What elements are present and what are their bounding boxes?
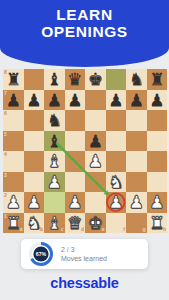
square-b5[interactable] (24, 131, 45, 152)
black-king-e8[interactable]: ♚ (85, 69, 106, 90)
square-e5[interactable]: ♟ (85, 131, 106, 152)
square-c1[interactable]: c♝ (44, 213, 65, 234)
progress-card: 67% 2 / 3 Moves learned (21, 239, 148, 269)
square-b2[interactable]: ♟ (24, 192, 45, 213)
square-h7[interactable]: ♟ (147, 90, 168, 111)
coord-rank-3: 3 (4, 173, 7, 178)
square-d7[interactable]: ♟ (65, 90, 86, 111)
black-pawn-b7[interactable]: ♟ (24, 90, 45, 111)
square-e8[interactable]: ♚ (85, 69, 106, 90)
coord-rank-1: 1 (4, 214, 7, 219)
square-b6[interactable] (24, 110, 45, 131)
headline-line2: OPENINGS (0, 24, 169, 41)
square-h4[interactable] (147, 151, 168, 172)
square-b3[interactable] (24, 172, 45, 193)
square-c4[interactable]: ♝ (44, 151, 65, 172)
black-bishop-c8[interactable]: ♝ (44, 69, 65, 90)
square-c5[interactable]: ♝ (44, 131, 65, 152)
square-h8[interactable]: ♜ (147, 69, 168, 90)
square-a3[interactable]: 3 (3, 172, 24, 193)
white-pawn-g2[interactable]: ♟ (126, 192, 147, 213)
white-pawn-a2[interactable]: ♟ (3, 192, 24, 213)
square-g5[interactable] (126, 131, 147, 152)
white-bishop-c4[interactable]: ♝ (44, 151, 65, 172)
square-d4[interactable] (65, 151, 86, 172)
square-e6[interactable] (85, 110, 106, 131)
square-a1[interactable]: 1a♜ (3, 213, 24, 234)
black-pawn-a7[interactable]: ♟ (3, 90, 24, 111)
square-c6[interactable]: ♞ (44, 110, 65, 131)
white-pawn-f2[interactable]: ♟ (106, 192, 127, 213)
coord-file-c: c (61, 227, 64, 232)
white-king-e1[interactable]: ♚ (85, 213, 106, 234)
chessable-logo: chessable (0, 275, 169, 291)
square-b8[interactable] (24, 69, 45, 90)
black-bishop-c5[interactable]: ♝ (44, 131, 65, 152)
square-f4[interactable] (106, 151, 127, 172)
square-h6[interactable] (147, 110, 168, 131)
white-rook-h1[interactable]: ♜ (147, 213, 168, 234)
black-pawn-f7[interactable]: ♟ (106, 90, 127, 111)
coord-rank-5: 5 (4, 132, 7, 137)
coord-file-b: b (40, 227, 43, 232)
coord-rank-6: 6 (4, 111, 7, 116)
square-f6[interactable] (106, 110, 127, 131)
square-d6[interactable] (65, 110, 86, 131)
coord-file-a: a (20, 227, 23, 232)
coord-rank-2: 2 (4, 193, 7, 198)
square-d2[interactable]: ♟ (65, 192, 86, 213)
square-f3[interactable]: ♞ (106, 172, 127, 193)
square-d3[interactable] (65, 172, 86, 193)
square-d8[interactable]: ♛ (65, 69, 86, 90)
square-b1[interactable]: b♞ (24, 213, 45, 234)
black-pawn-c7[interactable]: ♟ (44, 90, 65, 111)
coord-file-f: f (123, 227, 125, 232)
coord-rank-4: 4 (4, 152, 7, 157)
coord-file-g: g (142, 227, 145, 232)
progress-text: 2 / 3 Moves learned (61, 245, 107, 264)
square-c3[interactable]: ♟ (44, 172, 65, 193)
square-f2[interactable]: ♟ (106, 192, 127, 213)
black-rook-h8[interactable]: ♜ (147, 69, 168, 90)
square-g7[interactable]: ♟ (126, 90, 147, 111)
square-g3[interactable] (126, 172, 147, 193)
square-c7[interactable]: ♟ (44, 90, 65, 111)
square-b4[interactable] (24, 151, 45, 172)
white-queen-d1[interactable]: ♛ (65, 213, 86, 234)
square-f5[interactable] (106, 131, 127, 152)
coord-rank-7: 7 (4, 91, 7, 96)
square-c8[interactable]: ♝ (44, 69, 65, 90)
square-f8[interactable] (106, 69, 127, 90)
black-rook-a8[interactable]: ♜ (3, 69, 24, 90)
black-pawn-g7[interactable]: ♟ (126, 90, 147, 111)
black-knight-g8[interactable]: ♞ (126, 69, 147, 90)
square-f1[interactable]: f (106, 213, 127, 234)
black-pawn-h7[interactable]: ♟ (147, 90, 168, 111)
chess-board[interactable]: 8♜♝♛♚♞♜7♟♟♟♟♟♟♟6♞5♝♟4♝♟3♟♞2♟♟♟♟♟♟1a♜b♞c♝… (3, 69, 167, 233)
square-e7[interactable] (85, 90, 106, 111)
square-a2[interactable]: 2♟ (3, 192, 24, 213)
screen: LEARN OPENINGS 8♜♝♛♚♞♜7♟♟♟♟♟♟♟6♞5♝♟4♝♟3♟… (0, 0, 169, 300)
coord-file-h: h (163, 227, 166, 232)
square-d5[interactable] (65, 131, 86, 152)
square-a6[interactable]: 6 (3, 110, 24, 131)
white-pawn-c3[interactable]: ♟ (44, 172, 65, 193)
square-h5[interactable] (147, 131, 168, 152)
square-g6[interactable] (126, 110, 147, 131)
square-e1[interactable]: e♚ (85, 213, 106, 234)
white-knight-b1[interactable]: ♞ (24, 213, 45, 234)
white-knight-f3[interactable]: ♞ (106, 172, 127, 193)
square-g8[interactable]: ♞ (126, 69, 147, 90)
square-h3[interactable] (147, 172, 168, 193)
square-h1[interactable]: h♜ (147, 213, 168, 234)
black-pawn-d7[interactable]: ♟ (65, 90, 86, 111)
progress-caption: Moves learned (61, 254, 107, 264)
black-knight-c6[interactable]: ♞ (44, 110, 65, 131)
square-h2[interactable]: ♟ (147, 192, 168, 213)
white-bishop-c1[interactable]: ♝ (44, 213, 65, 234)
coord-file-d: d (81, 227, 84, 232)
square-e2[interactable] (85, 192, 106, 213)
progress-percent: 67% (36, 251, 47, 257)
progress-fraction: 2 / 3 (61, 245, 107, 255)
square-g4[interactable] (126, 151, 147, 172)
coord-rank-8: 8 (4, 70, 7, 75)
white-pawn-d2[interactable]: ♟ (65, 192, 86, 213)
white-rook-a1[interactable]: ♜ (3, 213, 24, 234)
square-e4[interactable]: ♟ (85, 151, 106, 172)
square-b7[interactable]: ♟ (24, 90, 45, 111)
square-c2[interactable] (44, 192, 65, 213)
square-a4[interactable]: 4 (3, 151, 24, 172)
square-g1[interactable]: g (126, 213, 147, 234)
white-pawn-e4[interactable]: ♟ (85, 151, 106, 172)
square-f7[interactable]: ♟ (106, 90, 127, 111)
black-queen-d8[interactable]: ♛ (65, 69, 86, 90)
white-pawn-b2[interactable]: ♟ (24, 192, 45, 213)
headline-line1: LEARN (0, 7, 169, 24)
square-a5[interactable]: 5 (3, 131, 24, 152)
square-d1[interactable]: d♛ (65, 213, 86, 234)
white-pawn-h2[interactable]: ♟ (147, 192, 168, 213)
progress-ring: 67% (29, 242, 53, 266)
square-e3[interactable] (85, 172, 106, 193)
coord-file-e: e (102, 227, 105, 232)
square-g2[interactable]: ♟ (126, 192, 147, 213)
headline: LEARN OPENINGS (0, 7, 169, 40)
square-a7[interactable]: 7♟ (3, 90, 24, 111)
square-a8[interactable]: 8♜ (3, 69, 24, 90)
black-pawn-e5[interactable]: ♟ (85, 131, 106, 152)
